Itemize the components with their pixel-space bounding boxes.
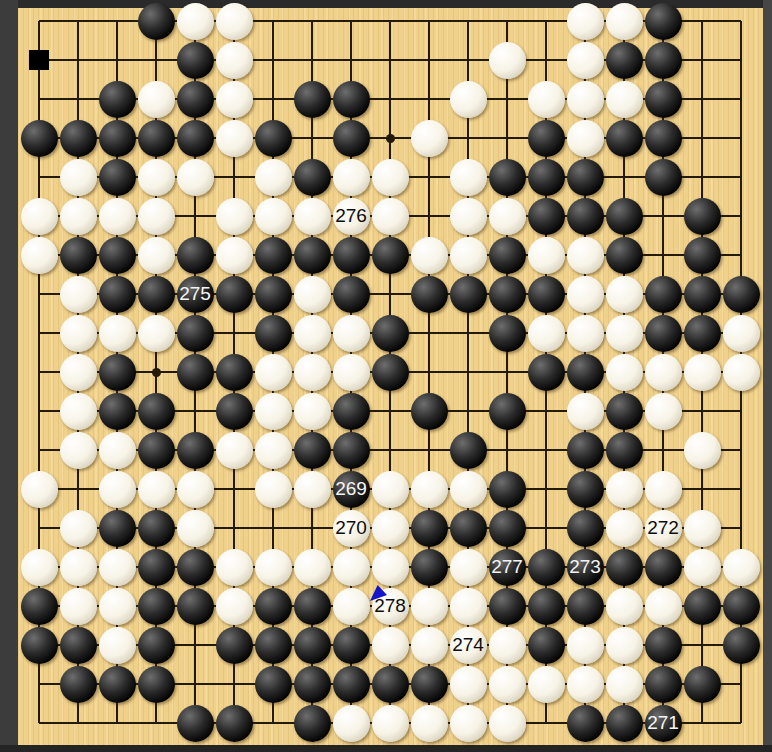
board-intersection[interactable] — [293, 236, 332, 275]
board-intersection[interactable] — [215, 197, 254, 236]
board-intersection[interactable] — [410, 197, 449, 236]
go-board[interactable]: 276275269270272277273278274271 — [18, 8, 763, 745]
board-intersection[interactable] — [293, 509, 332, 548]
board-intersection[interactable] — [332, 392, 371, 431]
board-intersection[interactable] — [59, 392, 98, 431]
board-intersection[interactable] — [176, 587, 215, 626]
board-intersection[interactable] — [371, 119, 410, 158]
board-intersection[interactable] — [215, 626, 254, 665]
board-intersection[interactable] — [683, 509, 722, 548]
board-intersection[interactable]: 277 — [488, 548, 527, 587]
board-intersection[interactable] — [488, 509, 527, 548]
board-intersection[interactable] — [605, 509, 644, 548]
board-intersection[interactable] — [566, 236, 605, 275]
board-intersection[interactable] — [488, 587, 527, 626]
board-intersection[interactable] — [527, 587, 566, 626]
board-intersection[interactable] — [644, 392, 683, 431]
board-intersection[interactable] — [293, 158, 332, 197]
board-intersection[interactable] — [215, 236, 254, 275]
board-intersection[interactable] — [20, 119, 59, 158]
board-intersection[interactable] — [488, 665, 527, 704]
board-intersection[interactable] — [20, 80, 59, 119]
board-intersection[interactable] — [293, 470, 332, 509]
board-intersection[interactable] — [176, 704, 215, 743]
board-intersection[interactable] — [98, 197, 137, 236]
board-intersection[interactable] — [566, 392, 605, 431]
board-intersection[interactable] — [98, 236, 137, 275]
board-intersection[interactable] — [683, 704, 722, 743]
board-intersection[interactable]: 273 — [566, 548, 605, 587]
board-intersection[interactable] — [410, 665, 449, 704]
board-intersection[interactable] — [137, 197, 176, 236]
board-intersection[interactable] — [98, 704, 137, 743]
board-intersection[interactable] — [527, 314, 566, 353]
board-intersection[interactable] — [449, 80, 488, 119]
board-intersection[interactable] — [20, 275, 59, 314]
board-intersection[interactable] — [566, 431, 605, 470]
board-intersection[interactable] — [176, 470, 215, 509]
board-intersection[interactable] — [215, 704, 254, 743]
board-intersection[interactable] — [176, 353, 215, 392]
board-intersection[interactable] — [683, 548, 722, 587]
board-intersection[interactable] — [410, 2, 449, 41]
board-intersection[interactable] — [644, 548, 683, 587]
board-intersection[interactable] — [176, 236, 215, 275]
board-intersection[interactable] — [137, 704, 176, 743]
board-intersection[interactable] — [254, 665, 293, 704]
board-intersection[interactable] — [527, 2, 566, 41]
board-intersection[interactable] — [605, 275, 644, 314]
board-intersection[interactable] — [644, 587, 683, 626]
board-intersection[interactable] — [20, 587, 59, 626]
board-intersection[interactable] — [605, 626, 644, 665]
board-intersection[interactable] — [254, 2, 293, 41]
board-intersection[interactable] — [644, 431, 683, 470]
board-intersection[interactable] — [449, 197, 488, 236]
board-intersection[interactable] — [137, 158, 176, 197]
board-intersection[interactable] — [371, 158, 410, 197]
board-intersection[interactable] — [254, 704, 293, 743]
board-intersection[interactable] — [644, 275, 683, 314]
board-intersection[interactable] — [488, 353, 527, 392]
board-intersection[interactable] — [722, 704, 761, 743]
board-intersection[interactable] — [527, 275, 566, 314]
board-intersection[interactable] — [254, 197, 293, 236]
board-intersection[interactable] — [137, 431, 176, 470]
board-intersection[interactable] — [605, 2, 644, 41]
board-intersection[interactable] — [293, 587, 332, 626]
board-intersection[interactable] — [722, 41, 761, 80]
board-intersection[interactable] — [332, 2, 371, 41]
board-intersection[interactable] — [605, 41, 644, 80]
board-intersection[interactable] — [722, 392, 761, 431]
board-intersection[interactable] — [137, 548, 176, 587]
board-intersection[interactable] — [371, 197, 410, 236]
board-intersection[interactable] — [410, 236, 449, 275]
board-intersection[interactable] — [254, 548, 293, 587]
board-intersection[interactable] — [449, 275, 488, 314]
board-intersection[interactable] — [605, 236, 644, 275]
board-intersection[interactable] — [59, 548, 98, 587]
board-intersection[interactable] — [176, 509, 215, 548]
board-intersection[interactable] — [176, 626, 215, 665]
board-intersection[interactable] — [371, 665, 410, 704]
board-intersection[interactable] — [410, 41, 449, 80]
board-intersection[interactable] — [137, 314, 176, 353]
board-intersection[interactable] — [683, 236, 722, 275]
board-intersection[interactable] — [293, 2, 332, 41]
board-intersection[interactable] — [566, 509, 605, 548]
board-intersection[interactable] — [566, 197, 605, 236]
board-intersection[interactable] — [488, 197, 527, 236]
board-intersection[interactable] — [644, 158, 683, 197]
board-intersection[interactable] — [332, 41, 371, 80]
board-intersection[interactable]: 272 — [644, 509, 683, 548]
board-intersection[interactable] — [332, 587, 371, 626]
board-intersection[interactable] — [449, 353, 488, 392]
board-intersection[interactable] — [293, 119, 332, 158]
board-intersection[interactable] — [59, 197, 98, 236]
board-intersection[interactable] — [527, 41, 566, 80]
board-intersection[interactable] — [137, 236, 176, 275]
board-intersection[interactable] — [683, 392, 722, 431]
board-intersection[interactable] — [20, 431, 59, 470]
board-intersection[interactable] — [410, 470, 449, 509]
board-intersection[interactable] — [722, 236, 761, 275]
board-intersection[interactable] — [449, 431, 488, 470]
board-intersection[interactable] — [605, 392, 644, 431]
board-intersection[interactable] — [527, 392, 566, 431]
board-intersection[interactable] — [371, 353, 410, 392]
board-intersection[interactable] — [20, 2, 59, 41]
board-intersection[interactable] — [332, 431, 371, 470]
board-intersection[interactable] — [215, 314, 254, 353]
board-intersection[interactable] — [605, 548, 644, 587]
board-intersection[interactable] — [254, 275, 293, 314]
board-intersection[interactable] — [176, 158, 215, 197]
board-intersection[interactable] — [332, 353, 371, 392]
board-intersection[interactable] — [566, 626, 605, 665]
board-intersection[interactable] — [98, 158, 137, 197]
board-intersection[interactable] — [293, 704, 332, 743]
board-intersection[interactable] — [722, 470, 761, 509]
board-intersection[interactable] — [137, 626, 176, 665]
board-intersection[interactable] — [683, 158, 722, 197]
board-intersection[interactable] — [293, 314, 332, 353]
board-intersection[interactable] — [605, 119, 644, 158]
board-intersection[interactable] — [332, 704, 371, 743]
board-intersection[interactable] — [410, 587, 449, 626]
board-intersection[interactable] — [20, 197, 59, 236]
board-intersection[interactable] — [137, 80, 176, 119]
board-intersection[interactable] — [371, 236, 410, 275]
board-intersection[interactable] — [449, 587, 488, 626]
board-intersection[interactable] — [371, 392, 410, 431]
board-intersection[interactable] — [254, 314, 293, 353]
board-intersection[interactable] — [449, 392, 488, 431]
board-intersection[interactable] — [59, 626, 98, 665]
board-intersection[interactable] — [98, 275, 137, 314]
board-intersection[interactable] — [137, 2, 176, 41]
board-intersection[interactable] — [293, 665, 332, 704]
board-intersection[interactable] — [488, 119, 527, 158]
board-intersection[interactable] — [683, 41, 722, 80]
board-intersection[interactable] — [371, 704, 410, 743]
board-intersection[interactable] — [293, 431, 332, 470]
board-intersection[interactable] — [449, 665, 488, 704]
board-intersection[interactable] — [98, 548, 137, 587]
board-intersection[interactable] — [722, 509, 761, 548]
board-intersection[interactable] — [371, 509, 410, 548]
board-intersection[interactable] — [371, 2, 410, 41]
board-intersection[interactable] — [137, 470, 176, 509]
board-intersection[interactable] — [449, 704, 488, 743]
board-intersection[interactable] — [98, 392, 137, 431]
board-intersection[interactable] — [59, 431, 98, 470]
board-intersection[interactable]: 271 — [644, 704, 683, 743]
board-intersection[interactable] — [527, 80, 566, 119]
board-intersection[interactable] — [605, 704, 644, 743]
board-intersection[interactable] — [527, 509, 566, 548]
board-intersection[interactable] — [59, 119, 98, 158]
board-intersection[interactable] — [215, 158, 254, 197]
board-intersection[interactable] — [20, 509, 59, 548]
board-intersection[interactable] — [20, 314, 59, 353]
board-intersection[interactable] — [254, 509, 293, 548]
board-intersection[interactable] — [59, 2, 98, 41]
board-intersection[interactable] — [59, 353, 98, 392]
board-intersection[interactable] — [215, 41, 254, 80]
board-intersection[interactable] — [683, 275, 722, 314]
board-intersection[interactable] — [683, 470, 722, 509]
board-intersection[interactable] — [566, 704, 605, 743]
board-intersection[interactable] — [644, 314, 683, 353]
board-intersection[interactable] — [215, 509, 254, 548]
board-intersection[interactable] — [722, 626, 761, 665]
board-intersection[interactable] — [215, 548, 254, 587]
board-intersection[interactable] — [644, 119, 683, 158]
board-intersection[interactable] — [20, 548, 59, 587]
board-intersection[interactable] — [527, 197, 566, 236]
board-intersection[interactable] — [332, 314, 371, 353]
board-intersection[interactable] — [59, 704, 98, 743]
board-intersection[interactable] — [449, 119, 488, 158]
board-intersection[interactable] — [488, 275, 527, 314]
board-intersection[interactable] — [59, 314, 98, 353]
board-intersection[interactable] — [293, 626, 332, 665]
board-intersection[interactable] — [644, 80, 683, 119]
board-intersection[interactable] — [410, 431, 449, 470]
board-intersection[interactable] — [59, 665, 98, 704]
board-intersection[interactable] — [371, 314, 410, 353]
board-intersection[interactable] — [488, 158, 527, 197]
board-intersection[interactable] — [59, 41, 98, 80]
board-intersection[interactable] — [527, 665, 566, 704]
board-intersection[interactable] — [176, 41, 215, 80]
board-intersection[interactable] — [722, 587, 761, 626]
board-intersection[interactable] — [527, 704, 566, 743]
board-intersection[interactable] — [98, 626, 137, 665]
board-intersection[interactable] — [176, 392, 215, 431]
board-intersection[interactable] — [449, 41, 488, 80]
board-intersection[interactable] — [605, 158, 644, 197]
board-intersection[interactable] — [137, 119, 176, 158]
board-intersection[interactable] — [20, 626, 59, 665]
board-intersection[interactable] — [449, 314, 488, 353]
board-intersection[interactable] — [722, 197, 761, 236]
board-intersection[interactable] — [215, 353, 254, 392]
board-intersection[interactable] — [410, 80, 449, 119]
board-intersection[interactable] — [98, 431, 137, 470]
board-intersection[interactable]: 275 — [176, 275, 215, 314]
board-intersection[interactable] — [254, 470, 293, 509]
board-intersection[interactable] — [722, 80, 761, 119]
board-intersection[interactable] — [449, 470, 488, 509]
board-intersection[interactable] — [488, 431, 527, 470]
board-intersection[interactable] — [215, 392, 254, 431]
board-intersection[interactable] — [449, 236, 488, 275]
board-intersection[interactable] — [566, 80, 605, 119]
board-intersection[interactable] — [176, 665, 215, 704]
board-intersection[interactable] — [20, 392, 59, 431]
board-intersection[interactable] — [566, 275, 605, 314]
board-intersection[interactable] — [20, 470, 59, 509]
board-intersection[interactable] — [215, 2, 254, 41]
board-intersection[interactable] — [254, 119, 293, 158]
board-intersection[interactable] — [293, 353, 332, 392]
board-intersection[interactable] — [20, 353, 59, 392]
board-intersection[interactable] — [410, 626, 449, 665]
board-intersection[interactable] — [449, 158, 488, 197]
board-intersection[interactable] — [644, 470, 683, 509]
board-intersection[interactable] — [215, 119, 254, 158]
board-intersection[interactable] — [98, 119, 137, 158]
board-intersection[interactable] — [488, 392, 527, 431]
board-intersection[interactable] — [410, 158, 449, 197]
board-intersection[interactable] — [527, 119, 566, 158]
board-intersection[interactable] — [527, 470, 566, 509]
board-intersection[interactable] — [722, 158, 761, 197]
board-intersection[interactable] — [20, 665, 59, 704]
board-intersection[interactable] — [644, 626, 683, 665]
board-intersection[interactable] — [605, 314, 644, 353]
board-intersection[interactable] — [215, 470, 254, 509]
board-intersection[interactable] — [215, 431, 254, 470]
board-intersection[interactable] — [254, 626, 293, 665]
board-intersection[interactable] — [683, 314, 722, 353]
board-intersection[interactable] — [215, 275, 254, 314]
board-intersection[interactable] — [59, 509, 98, 548]
board-intersection[interactable] — [332, 80, 371, 119]
board-intersection[interactable] — [644, 197, 683, 236]
board-intersection[interactable] — [371, 548, 410, 587]
board-intersection[interactable] — [605, 470, 644, 509]
board-intersection[interactable] — [98, 509, 137, 548]
board-intersection[interactable] — [254, 41, 293, 80]
board-intersection[interactable] — [332, 158, 371, 197]
board-intersection[interactable] — [683, 353, 722, 392]
board-intersection[interactable] — [566, 119, 605, 158]
board-intersection[interactable] — [215, 665, 254, 704]
board-intersection[interactable] — [137, 509, 176, 548]
board-intersection[interactable] — [527, 158, 566, 197]
board-intersection[interactable] — [488, 236, 527, 275]
board-intersection[interactable] — [98, 2, 137, 41]
board-intersection[interactable] — [566, 41, 605, 80]
board-intersection[interactable] — [488, 314, 527, 353]
board-intersection[interactable] — [488, 470, 527, 509]
board-intersection[interactable] — [59, 80, 98, 119]
board-intersection[interactable] — [176, 2, 215, 41]
board-intersection[interactable] — [527, 353, 566, 392]
board-intersection[interactable] — [176, 80, 215, 119]
board-intersection[interactable] — [98, 587, 137, 626]
board-intersection[interactable] — [254, 392, 293, 431]
board-intersection[interactable] — [527, 548, 566, 587]
board-intersection[interactable] — [137, 392, 176, 431]
board-intersection[interactable] — [410, 119, 449, 158]
board-intersection[interactable] — [98, 665, 137, 704]
board-intersection[interactable] — [722, 431, 761, 470]
board-intersection[interactable] — [488, 41, 527, 80]
board-intersection[interactable] — [293, 275, 332, 314]
board-intersection[interactable] — [566, 665, 605, 704]
board-intersection[interactable] — [59, 587, 98, 626]
board-intersection[interactable] — [98, 41, 137, 80]
board-intersection[interactable] — [254, 353, 293, 392]
board-intersection[interactable] — [488, 80, 527, 119]
board-intersection[interactable] — [410, 314, 449, 353]
board-intersection[interactable] — [254, 158, 293, 197]
board-intersection[interactable] — [722, 314, 761, 353]
board-intersection[interactable] — [566, 158, 605, 197]
board-intersection[interactable] — [293, 392, 332, 431]
board-intersection[interactable] — [683, 665, 722, 704]
board-intersection[interactable] — [410, 353, 449, 392]
board-intersection[interactable] — [683, 587, 722, 626]
board-intersection[interactable] — [449, 509, 488, 548]
board-intersection[interactable] — [332, 548, 371, 587]
board-intersection[interactable] — [683, 197, 722, 236]
board-intersection[interactable] — [176, 119, 215, 158]
board-intersection[interactable] — [605, 431, 644, 470]
board-intersection[interactable] — [176, 431, 215, 470]
board-intersection[interactable] — [605, 587, 644, 626]
board-intersection[interactable] — [605, 197, 644, 236]
board-intersection[interactable] — [59, 275, 98, 314]
board-intersection[interactable] — [371, 470, 410, 509]
board-intersection[interactable] — [566, 314, 605, 353]
board-intersection[interactable] — [449, 548, 488, 587]
board-intersection[interactable] — [254, 80, 293, 119]
board-intersection[interactable] — [683, 626, 722, 665]
board-intersection[interactable] — [410, 275, 449, 314]
board-intersection[interactable] — [98, 353, 137, 392]
board-intersection[interactable] — [137, 353, 176, 392]
board-intersection[interactable] — [215, 80, 254, 119]
board-intersection[interactable] — [137, 587, 176, 626]
board-intersection[interactable] — [20, 236, 59, 275]
board-intersection[interactable] — [722, 2, 761, 41]
board-intersection[interactable] — [722, 119, 761, 158]
board-intersection[interactable] — [293, 80, 332, 119]
board-intersection[interactable] — [254, 431, 293, 470]
board-intersection[interactable] — [410, 548, 449, 587]
board-intersection[interactable] — [683, 2, 722, 41]
board-intersection[interactable] — [605, 665, 644, 704]
board-intersection[interactable] — [59, 470, 98, 509]
board-intersection[interactable] — [371, 626, 410, 665]
